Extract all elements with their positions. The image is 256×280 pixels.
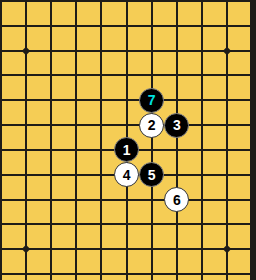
stone-black-5: 5	[139, 162, 164, 187]
grid-line-horizontal	[0, 99, 256, 101]
star-point	[22, 245, 30, 253]
grid-line-horizontal	[0, 124, 256, 126]
stone-move-number: 1	[123, 143, 131, 157]
stone-move-number: 2	[148, 118, 156, 132]
stone-move-number: 5	[148, 168, 156, 182]
grid-line-horizontal	[0, 74, 256, 76]
go-board[interactable]: 1234567	[0, 0, 256, 280]
stone-black-7: 7	[139, 88, 164, 113]
stone-white-4: 4	[114, 162, 139, 187]
grid-line-horizontal	[0, 0, 256, 2]
grid-line-vertical	[176, 0, 178, 280]
grid-line-horizontal	[0, 50, 256, 52]
grid-line-vertical	[50, 0, 52, 280]
grid-line-horizontal	[0, 199, 256, 201]
stone-move-number: 4	[123, 168, 131, 182]
grid-line-horizontal	[0, 223, 256, 225]
grid-line-vertical	[201, 0, 203, 280]
stone-black-1: 1	[114, 137, 139, 162]
stone-move-number: 6	[173, 193, 181, 207]
stone-move-number: 3	[173, 118, 181, 132]
grid-line-horizontal	[0, 248, 256, 250]
stone-move-number: 7	[148, 93, 156, 107]
grid-line-vertical	[226, 0, 228, 280]
stone-white-2: 2	[139, 113, 164, 138]
grid-line-horizontal	[0, 273, 256, 275]
stone-black-3: 3	[164, 113, 189, 138]
star-point	[22, 46, 30, 54]
grid-line-vertical	[0, 0, 2, 280]
star-point	[223, 46, 231, 54]
stone-white-6: 6	[164, 187, 189, 212]
star-point	[223, 245, 231, 253]
grid-line-vertical	[251, 0, 253, 280]
grid-line-vertical	[100, 0, 102, 280]
grid-line-vertical	[25, 0, 27, 280]
grid-line-horizontal	[0, 25, 256, 27]
grid-line-vertical	[75, 0, 77, 280]
grid-line-vertical	[151, 0, 153, 280]
